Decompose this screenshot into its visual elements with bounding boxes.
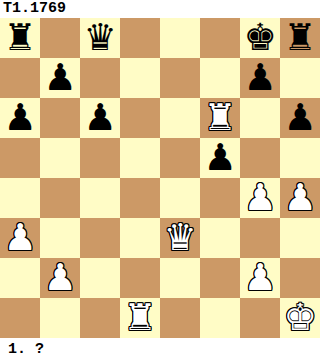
square-a6[interactable]: ♟ (0, 98, 40, 138)
white-rook-d1[interactable]: ♜ (123, 298, 156, 338)
black-queen-c8[interactable]: ♛ (83, 18, 116, 58)
square-g3[interactable] (240, 218, 280, 258)
square-b4[interactable] (40, 178, 80, 218)
white-queen-e3[interactable]: ♛ (163, 218, 196, 258)
square-f4[interactable] (200, 178, 240, 218)
square-c8[interactable]: ♛ (80, 18, 120, 58)
black-pawn-g7[interactable]: ♟ (243, 58, 276, 98)
square-f3[interactable] (200, 218, 240, 258)
black-rook-h8[interactable]: ♜ (283, 18, 316, 58)
square-a5[interactable] (0, 138, 40, 178)
square-h1[interactable]: ♚ (280, 298, 320, 338)
square-g2[interactable]: ♟ (240, 258, 280, 298)
white-pawn-g2[interactable]: ♟ (243, 258, 276, 298)
square-c3[interactable] (80, 218, 120, 258)
square-h2[interactable] (280, 258, 320, 298)
square-b8[interactable] (40, 18, 80, 58)
square-c6[interactable]: ♟ (80, 98, 120, 138)
square-c1[interactable] (80, 298, 120, 338)
black-pawn-h6[interactable]: ♟ (283, 98, 316, 138)
square-d3[interactable] (120, 218, 160, 258)
square-a4[interactable] (0, 178, 40, 218)
square-b1[interactable] (40, 298, 80, 338)
square-d2[interactable] (120, 258, 160, 298)
square-b6[interactable] (40, 98, 80, 138)
white-pawn-h4[interactable]: ♟ (283, 178, 316, 218)
square-h5[interactable] (280, 138, 320, 178)
square-g6[interactable] (240, 98, 280, 138)
square-d6[interactable] (120, 98, 160, 138)
white-pawn-g4[interactable]: ♟ (243, 178, 276, 218)
square-c4[interactable] (80, 178, 120, 218)
square-g1[interactable] (240, 298, 280, 338)
square-e3[interactable]: ♛ (160, 218, 200, 258)
chess-board: ♜♛♚♜♟♟♟♟♜♟♟♟♟♟♛♟♟♜♚ (0, 18, 320, 338)
square-h7[interactable] (280, 58, 320, 98)
puzzle-title: T1.1769 (0, 0, 320, 18)
square-f2[interactable] (200, 258, 240, 298)
square-h4[interactable]: ♟ (280, 178, 320, 218)
white-rook-f6[interactable]: ♜ (203, 98, 236, 138)
square-d8[interactable] (120, 18, 160, 58)
white-pawn-b2[interactable]: ♟ (43, 258, 76, 298)
square-d7[interactable] (120, 58, 160, 98)
square-e1[interactable] (160, 298, 200, 338)
square-f8[interactable] (200, 18, 240, 58)
square-g7[interactable]: ♟ (240, 58, 280, 98)
black-pawn-b7[interactable]: ♟ (43, 58, 76, 98)
black-pawn-f5[interactable]: ♟ (203, 138, 236, 178)
white-pawn-a3[interactable]: ♟ (3, 218, 36, 258)
square-e6[interactable] (160, 98, 200, 138)
square-g8[interactable]: ♚ (240, 18, 280, 58)
square-g4[interactable]: ♟ (240, 178, 280, 218)
square-g5[interactable] (240, 138, 280, 178)
black-king-g8[interactable]: ♚ (243, 18, 276, 58)
square-a1[interactable] (0, 298, 40, 338)
square-a2[interactable] (0, 258, 40, 298)
square-a8[interactable]: ♜ (0, 18, 40, 58)
square-b2[interactable]: ♟ (40, 258, 80, 298)
square-h8[interactable]: ♜ (280, 18, 320, 58)
square-c7[interactable] (80, 58, 120, 98)
square-b3[interactable] (40, 218, 80, 258)
square-f1[interactable] (200, 298, 240, 338)
square-f5[interactable]: ♟ (200, 138, 240, 178)
square-a7[interactable] (0, 58, 40, 98)
square-c5[interactable] (80, 138, 120, 178)
black-pawn-a6[interactable]: ♟ (3, 98, 36, 138)
square-e2[interactable] (160, 258, 200, 298)
square-a3[interactable]: ♟ (0, 218, 40, 258)
square-e8[interactable] (160, 18, 200, 58)
square-e7[interactable] (160, 58, 200, 98)
square-d5[interactable] (120, 138, 160, 178)
move-prompt: 1. ? (0, 338, 320, 360)
square-b7[interactable]: ♟ (40, 58, 80, 98)
square-b5[interactable] (40, 138, 80, 178)
square-h3[interactable] (280, 218, 320, 258)
white-king-h1[interactable]: ♚ (283, 298, 316, 338)
square-d4[interactable] (120, 178, 160, 218)
black-rook-a8[interactable]: ♜ (3, 18, 36, 58)
square-e4[interactable] (160, 178, 200, 218)
square-f7[interactable] (200, 58, 240, 98)
square-c2[interactable] (80, 258, 120, 298)
black-pawn-c6[interactable]: ♟ (83, 98, 116, 138)
square-f6[interactable]: ♜ (200, 98, 240, 138)
square-e5[interactable] (160, 138, 200, 178)
square-h6[interactable]: ♟ (280, 98, 320, 138)
square-d1[interactable]: ♜ (120, 298, 160, 338)
